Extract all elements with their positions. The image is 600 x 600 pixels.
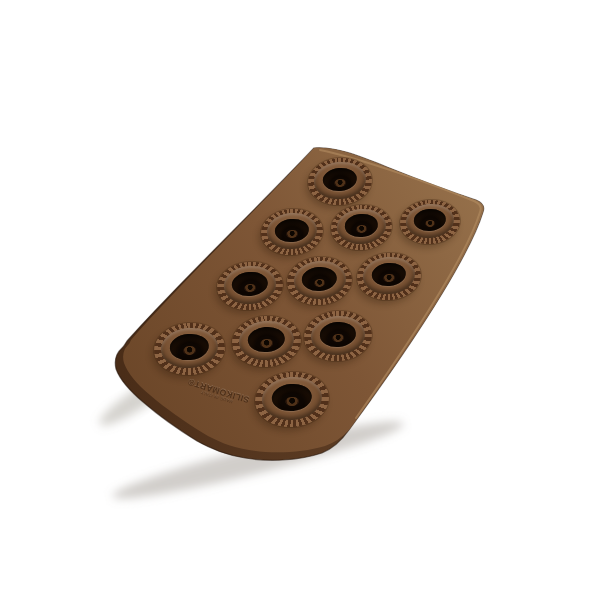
cavity-center-post (286, 229, 298, 238)
cavity-center-post (285, 396, 299, 406)
product-photo-scene: MADE IN ITALY SILIKOMART® (0, 0, 600, 600)
cavity-center-post (355, 224, 367, 233)
cavity-center-post (260, 338, 273, 348)
